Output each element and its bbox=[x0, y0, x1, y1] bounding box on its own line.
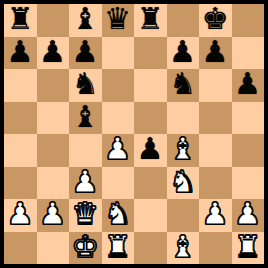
square-g5[interactable] bbox=[199, 102, 232, 135]
square-c1[interactable]: ♚ bbox=[69, 232, 102, 265]
square-g4[interactable] bbox=[199, 134, 232, 167]
black-pawn[interactable]: ♟ bbox=[169, 37, 196, 67]
black-bishop[interactable]: ♝ bbox=[72, 102, 99, 132]
square-d8[interactable]: ♛ bbox=[102, 4, 135, 37]
square-c6[interactable]: ♞ bbox=[69, 69, 102, 102]
square-b1[interactable] bbox=[37, 232, 70, 265]
square-h7[interactable] bbox=[232, 37, 265, 70]
square-e3[interactable] bbox=[134, 167, 167, 200]
square-g3[interactable] bbox=[199, 167, 232, 200]
square-a4[interactable] bbox=[4, 134, 37, 167]
square-d1[interactable]: ♜ bbox=[102, 232, 135, 265]
black-king[interactable]: ♚ bbox=[202, 4, 229, 34]
white-pawn[interactable]: ♟ bbox=[39, 199, 66, 229]
chess-board-frame: ♜♝♛♜♚♟♟♟♟♟♞♞♟♝♟♟♝♟♞♟♟♛♞♟♟♚♜♝♜ bbox=[0, 0, 268, 268]
black-bishop[interactable]: ♝ bbox=[72, 4, 99, 34]
white-bishop[interactable]: ♝ bbox=[169, 134, 196, 164]
square-d4[interactable]: ♟ bbox=[102, 134, 135, 167]
square-h5[interactable] bbox=[232, 102, 265, 135]
square-d6[interactable] bbox=[102, 69, 135, 102]
square-d5[interactable] bbox=[102, 102, 135, 135]
square-f8[interactable] bbox=[167, 4, 200, 37]
square-e8[interactable]: ♜ bbox=[134, 4, 167, 37]
square-e7[interactable] bbox=[134, 37, 167, 70]
square-g1[interactable] bbox=[199, 232, 232, 265]
white-queen[interactable]: ♛ bbox=[72, 199, 99, 229]
white-pawn[interactable]: ♟ bbox=[7, 199, 34, 229]
square-b2[interactable]: ♟ bbox=[37, 199, 70, 232]
square-c7[interactable]: ♟ bbox=[69, 37, 102, 70]
square-h4[interactable] bbox=[232, 134, 265, 167]
square-h6[interactable]: ♟ bbox=[232, 69, 265, 102]
white-rook[interactable]: ♜ bbox=[104, 232, 131, 262]
square-b8[interactable] bbox=[37, 4, 70, 37]
white-pawn[interactable]: ♟ bbox=[202, 199, 229, 229]
black-rook[interactable]: ♜ bbox=[7, 4, 34, 34]
black-pawn[interactable]: ♟ bbox=[39, 37, 66, 67]
square-c5[interactable]: ♝ bbox=[69, 102, 102, 135]
white-pawn[interactable]: ♟ bbox=[104, 134, 131, 164]
square-b3[interactable] bbox=[37, 167, 70, 200]
square-d3[interactable] bbox=[102, 167, 135, 200]
white-bishop[interactable]: ♝ bbox=[169, 232, 196, 262]
square-f5[interactable] bbox=[167, 102, 200, 135]
black-queen[interactable]: ♛ bbox=[104, 4, 131, 34]
square-a1[interactable] bbox=[4, 232, 37, 265]
chess-board: ♜♝♛♜♚♟♟♟♟♟♞♞♟♝♟♟♝♟♞♟♟♛♞♟♟♚♜♝♜ bbox=[4, 4, 264, 264]
square-a6[interactable] bbox=[4, 69, 37, 102]
square-b7[interactable]: ♟ bbox=[37, 37, 70, 70]
square-g7[interactable]: ♟ bbox=[199, 37, 232, 70]
black-pawn[interactable]: ♟ bbox=[7, 37, 34, 67]
black-pawn[interactable]: ♟ bbox=[202, 37, 229, 67]
square-a8[interactable]: ♜ bbox=[4, 4, 37, 37]
square-c3[interactable]: ♟ bbox=[69, 167, 102, 200]
square-d2[interactable]: ♞ bbox=[102, 199, 135, 232]
black-pawn[interactable]: ♟ bbox=[234, 69, 261, 99]
black-knight[interactable]: ♞ bbox=[72, 69, 99, 99]
square-e1[interactable] bbox=[134, 232, 167, 265]
square-a5[interactable] bbox=[4, 102, 37, 135]
square-e4[interactable]: ♟ bbox=[134, 134, 167, 167]
square-g8[interactable]: ♚ bbox=[199, 4, 232, 37]
square-b4[interactable] bbox=[37, 134, 70, 167]
square-a7[interactable]: ♟ bbox=[4, 37, 37, 70]
black-rook[interactable]: ♜ bbox=[137, 4, 164, 34]
black-knight[interactable]: ♞ bbox=[169, 69, 196, 99]
square-h8[interactable] bbox=[232, 4, 265, 37]
square-e5[interactable] bbox=[134, 102, 167, 135]
square-e2[interactable] bbox=[134, 199, 167, 232]
square-g6[interactable] bbox=[199, 69, 232, 102]
square-h1[interactable]: ♜ bbox=[232, 232, 265, 265]
square-f7[interactable]: ♟ bbox=[167, 37, 200, 70]
square-c4[interactable] bbox=[69, 134, 102, 167]
square-f4[interactable]: ♝ bbox=[167, 134, 200, 167]
square-d7[interactable] bbox=[102, 37, 135, 70]
white-pawn[interactable]: ♟ bbox=[72, 167, 99, 197]
white-rook[interactable]: ♜ bbox=[234, 232, 261, 262]
square-a3[interactable] bbox=[4, 167, 37, 200]
square-f6[interactable]: ♞ bbox=[167, 69, 200, 102]
square-f3[interactable]: ♞ bbox=[167, 167, 200, 200]
square-h3[interactable] bbox=[232, 167, 265, 200]
white-knight[interactable]: ♞ bbox=[104, 199, 131, 229]
square-h2[interactable]: ♟ bbox=[232, 199, 265, 232]
white-king[interactable]: ♚ bbox=[72, 232, 99, 262]
square-c2[interactable]: ♛ bbox=[69, 199, 102, 232]
square-f2[interactable] bbox=[167, 199, 200, 232]
square-b6[interactable] bbox=[37, 69, 70, 102]
white-pawn[interactable]: ♟ bbox=[234, 199, 261, 229]
square-a2[interactable]: ♟ bbox=[4, 199, 37, 232]
square-b5[interactable] bbox=[37, 102, 70, 135]
square-c8[interactable]: ♝ bbox=[69, 4, 102, 37]
black-pawn[interactable]: ♟ bbox=[72, 37, 99, 67]
square-f1[interactable]: ♝ bbox=[167, 232, 200, 265]
black-pawn[interactable]: ♟ bbox=[137, 134, 164, 164]
white-knight[interactable]: ♞ bbox=[169, 167, 196, 197]
square-e6[interactable] bbox=[134, 69, 167, 102]
square-g2[interactable]: ♟ bbox=[199, 199, 232, 232]
